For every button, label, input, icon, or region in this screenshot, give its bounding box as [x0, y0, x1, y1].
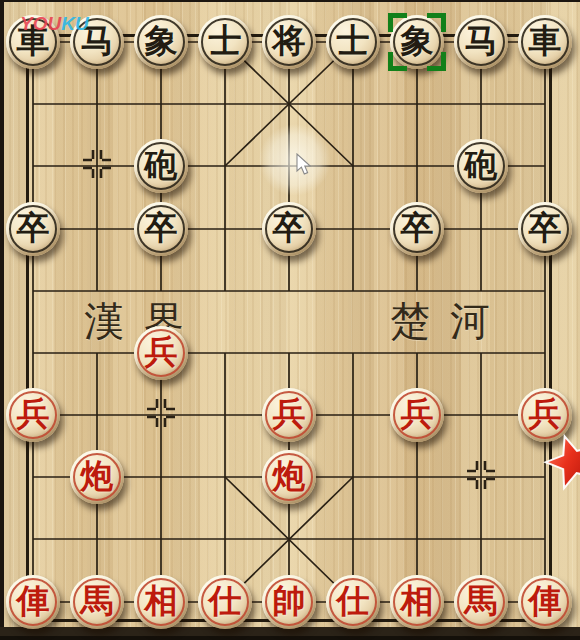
piece-red-soldier[interactable]: 兵 — [262, 388, 316, 442]
piece-character: 士 — [337, 25, 370, 58]
piece-red-soldier[interactable]: 兵 — [6, 388, 60, 442]
piece-black-cannon[interactable]: 砲 — [454, 139, 508, 193]
piece-red-horse[interactable]: 馬 — [70, 575, 124, 629]
piece-character: 象 — [145, 25, 178, 58]
xiangqi-board[interactable]: 漢界 楚河 車马象士将士象马車砲砲卒卒卒卒卒兵兵兵兵兵炮炮俥馬相仕帥仕相馬俥 Y… — [0, 0, 580, 640]
piece-character: 卒 — [529, 212, 562, 245]
mouse-cursor-icon — [294, 153, 316, 177]
piece-black-advisor[interactable]: 士 — [198, 15, 252, 69]
piece-red-soldier[interactable]: 兵 — [390, 388, 444, 442]
piece-red-advisor[interactable]: 仕 — [326, 575, 380, 629]
piece-character: 相 — [145, 585, 178, 618]
piece-red-general[interactable]: 帥 — [262, 575, 316, 629]
piece-character: 炮 — [273, 460, 306, 493]
piece-character: 士 — [209, 25, 242, 58]
piece-character: 将 — [273, 25, 306, 58]
selection-bracket — [388, 13, 446, 71]
piece-black-general[interactable]: 将 — [262, 15, 316, 69]
piece-black-soldier[interactable]: 卒 — [518, 202, 572, 256]
piece-character: 砲 — [145, 149, 178, 182]
piece-character: 仕 — [209, 585, 242, 618]
piece-character: 马 — [465, 25, 498, 58]
piece-black-cannon[interactable]: 砲 — [134, 139, 188, 193]
piece-red-horse[interactable]: 馬 — [454, 575, 508, 629]
piece-red-cannon[interactable]: 炮 — [70, 450, 124, 504]
piece-character: 卒 — [401, 212, 434, 245]
youku-watermark: YOUKU — [20, 13, 89, 35]
piece-character: 卒 — [17, 212, 50, 245]
piece-black-soldier[interactable]: 卒 — [262, 202, 316, 256]
river-label-right: 楚河 — [390, 294, 510, 349]
letterbox-bottom — [0, 636, 580, 640]
piece-character: 兵 — [529, 398, 562, 431]
piece-black-chariot[interactable]: 車 — [518, 15, 572, 69]
watermark-part1: YOU — [20, 13, 61, 34]
point-marker — [81, 148, 113, 184]
point-marker — [465, 459, 497, 495]
watermark-part2: KU — [61, 13, 88, 34]
piece-black-advisor[interactable]: 士 — [326, 15, 380, 69]
piece-character: 車 — [529, 25, 562, 58]
piece-black-soldier[interactable]: 卒 — [390, 202, 444, 256]
piece-character: 俥 — [529, 585, 562, 618]
piece-character: 俥 — [17, 585, 50, 618]
piece-red-advisor[interactable]: 仕 — [198, 575, 252, 629]
piece-red-cannon[interactable]: 炮 — [262, 450, 316, 504]
piece-red-elephant[interactable]: 相 — [134, 575, 188, 629]
piece-character: 砲 — [465, 149, 498, 182]
piece-character: 兵 — [401, 398, 434, 431]
piece-character: 馬 — [465, 585, 498, 618]
piece-character: 兵 — [145, 336, 178, 369]
piece-black-elephant[interactable]: 象 — [134, 15, 188, 69]
piece-character: 帥 — [273, 585, 306, 618]
piece-black-soldier[interactable]: 卒 — [134, 202, 188, 256]
piece-character: 相 — [401, 585, 434, 618]
piece-character: 卒 — [145, 212, 178, 245]
piece-red-soldier[interactable]: 兵 — [134, 326, 188, 380]
piece-character: 馬 — [81, 585, 114, 618]
point-marker — [145, 397, 177, 433]
piece-red-elephant[interactable]: 相 — [390, 575, 444, 629]
piece-character: 兵 — [17, 398, 50, 431]
piece-character: 兵 — [273, 398, 306, 431]
piece-red-chariot[interactable]: 俥 — [518, 575, 572, 629]
red-star-icon — [538, 427, 580, 497]
piece-character: 炮 — [81, 460, 114, 493]
piece-character: 仕 — [337, 585, 370, 618]
letterbox-left — [0, 0, 4, 640]
piece-black-soldier[interactable]: 卒 — [6, 202, 60, 256]
piece-black-horse[interactable]: 马 — [454, 15, 508, 69]
piece-red-chariot[interactable]: 俥 — [6, 575, 60, 629]
piece-character: 卒 — [273, 212, 306, 245]
letterbox-top — [0, 0, 580, 2]
